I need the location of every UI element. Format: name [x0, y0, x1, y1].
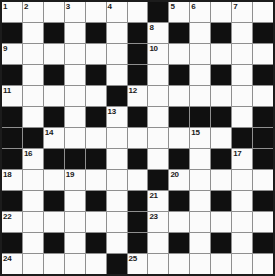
clue-number: 8: [149, 23, 153, 32]
crossword-cell[interactable]: [128, 170, 148, 190]
crossword-cell[interactable]: [169, 86, 189, 106]
crossword-cell: [2, 23, 22, 43]
crossword-cell: [253, 65, 273, 85]
crossword-cell[interactable]: [148, 128, 168, 148]
crossword-cell: [107, 254, 127, 274]
crossword-cell: [253, 23, 273, 43]
clue-number: 24: [3, 254, 11, 263]
crossword-cell: [44, 107, 64, 127]
crossword-cell[interactable]: [232, 107, 252, 127]
crossword-cell[interactable]: [65, 254, 85, 274]
crossword-cell: [211, 65, 231, 85]
crossword-cell[interactable]: [128, 2, 148, 22]
crossword-cell: [253, 233, 273, 253]
crossword-cell[interactable]: [190, 65, 210, 85]
crossword-cell: [44, 23, 64, 43]
crossword-cell: [107, 86, 127, 106]
crossword-cell[interactable]: [65, 128, 85, 148]
crossword-cell: [44, 149, 64, 169]
crossword-cell[interactable]: [44, 254, 64, 274]
crossword-cell: [44, 191, 64, 211]
crossword-cell: [23, 128, 43, 148]
crossword-cell[interactable]: 25: [128, 254, 148, 274]
crossword-cell[interactable]: [253, 170, 273, 190]
crossword-cell[interactable]: 15: [190, 128, 210, 148]
crossword-cell[interactable]: [23, 170, 43, 190]
crossword-cell[interactable]: [65, 233, 85, 253]
crossword-puzzle: 1234567891011121314151617181920212223242…: [0, 0, 275, 276]
crossword-cell[interactable]: [232, 170, 252, 190]
clue-number: 20: [170, 170, 178, 179]
crossword-cell[interactable]: [107, 149, 127, 169]
crossword-cell[interactable]: [232, 44, 252, 64]
crossword-cell: [128, 107, 148, 127]
crossword-cell[interactable]: 8: [148, 23, 168, 43]
crossword-cell[interactable]: [65, 191, 85, 211]
clue-number: 18: [3, 170, 11, 179]
crossword-cell[interactable]: 10: [148, 44, 168, 64]
clue-number: 17: [233, 149, 241, 158]
crossword-cell[interactable]: [190, 233, 210, 253]
crossword-cell: [44, 65, 64, 85]
crossword-cell[interactable]: 19: [65, 170, 85, 190]
clue-number: 5: [170, 2, 174, 11]
crossword-cell[interactable]: [65, 212, 85, 232]
crossword-cell[interactable]: [190, 149, 210, 169]
crossword-cell[interactable]: [190, 212, 210, 232]
crossword-cell[interactable]: [232, 65, 252, 85]
crossword-cell: [211, 107, 231, 127]
crossword-cell: [2, 191, 22, 211]
crossword-cell[interactable]: [44, 212, 64, 232]
crossword-cell[interactable]: 5: [169, 2, 189, 22]
clue-number: 22: [3, 212, 11, 221]
crossword-cell[interactable]: [232, 233, 252, 253]
crossword-cell[interactable]: 11: [2, 86, 22, 106]
crossword-cell: [128, 44, 148, 64]
clue-number: 9: [3, 44, 7, 53]
crossword-cell[interactable]: 13: [107, 107, 127, 127]
crossword-cell[interactable]: [65, 86, 85, 106]
crossword-cell[interactable]: [23, 86, 43, 106]
crossword-cell: [2, 128, 22, 148]
crossword-cell: [211, 23, 231, 43]
clue-number: 23: [149, 212, 157, 221]
crossword-cell[interactable]: 20: [169, 170, 189, 190]
crossword-cell: [2, 233, 22, 253]
crossword-cell[interactable]: [44, 86, 64, 106]
crossword-cell[interactable]: [44, 170, 64, 190]
crossword-cell[interactable]: [169, 44, 189, 64]
crossword-cell[interactable]: 14: [44, 128, 64, 148]
crossword-cell[interactable]: [148, 107, 168, 127]
crossword-cell[interactable]: [232, 254, 252, 274]
crossword-cell[interactable]: 22: [2, 212, 22, 232]
clue-number: 11: [3, 86, 11, 95]
crossword-cell: [253, 107, 273, 127]
clue-number: 4: [108, 2, 112, 11]
clue-number: 16: [24, 149, 32, 158]
crossword-cell: [211, 191, 231, 211]
crossword-cell[interactable]: [169, 254, 189, 274]
crossword-grid: 1234567891011121314151617181920212223242…: [0, 0, 275, 276]
crossword-cell[interactable]: [44, 44, 64, 64]
crossword-cell: [65, 149, 85, 169]
crossword-cell[interactable]: [211, 212, 231, 232]
crossword-cell: [190, 107, 210, 127]
crossword-cell: [253, 128, 273, 148]
crossword-cell[interactable]: 24: [2, 254, 22, 274]
crossword-cell: [86, 233, 106, 253]
crossword-cell[interactable]: [65, 65, 85, 85]
crossword-cell[interactable]: 17: [232, 149, 252, 169]
crossword-cell[interactable]: [86, 2, 106, 22]
crossword-cell[interactable]: [211, 86, 231, 106]
clue-number: 3: [66, 2, 70, 11]
crossword-cell: [2, 107, 22, 127]
clue-number: 14: [45, 128, 53, 137]
crossword-cell[interactable]: [232, 86, 252, 106]
crossword-cell[interactable]: [169, 212, 189, 232]
crossword-cell[interactable]: [86, 44, 106, 64]
crossword-cell[interactable]: [86, 212, 106, 232]
crossword-cell[interactable]: [107, 233, 127, 253]
crossword-cell[interactable]: [190, 86, 210, 106]
crossword-cell[interactable]: 23: [148, 212, 168, 232]
crossword-cell[interactable]: [107, 65, 127, 85]
crossword-cell[interactable]: [23, 254, 43, 274]
crossword-cell[interactable]: [253, 212, 273, 232]
crossword-cell[interactable]: [65, 107, 85, 127]
crossword-cell[interactable]: [23, 191, 43, 211]
crossword-cell: [169, 107, 189, 127]
crossword-cell: [86, 191, 106, 211]
crossword-cell[interactable]: 16: [23, 149, 43, 169]
crossword-cell: [148, 2, 168, 22]
crossword-cell[interactable]: [86, 128, 106, 148]
crossword-cell[interactable]: [211, 254, 231, 274]
crossword-cell[interactable]: [211, 2, 231, 22]
crossword-cell[interactable]: 21: [148, 191, 168, 211]
crossword-cell[interactable]: [232, 212, 252, 232]
crossword-cell[interactable]: 6: [190, 2, 210, 22]
crossword-cell: [2, 149, 22, 169]
crossword-cell[interactable]: [190, 23, 210, 43]
crossword-cell: [128, 65, 148, 85]
crossword-cell[interactable]: [190, 191, 210, 211]
crossword-cell[interactable]: [148, 254, 168, 274]
crossword-cell[interactable]: [107, 170, 127, 190]
clue-number: 12: [129, 86, 137, 95]
crossword-cell: [211, 233, 231, 253]
clue-number: 21: [149, 191, 157, 200]
crossword-cell[interactable]: [253, 86, 273, 106]
crossword-cell[interactable]: [169, 128, 189, 148]
clue-number: 6: [191, 2, 195, 11]
crossword-cell[interactable]: 2: [23, 2, 43, 22]
crossword-cell[interactable]: [44, 2, 64, 22]
crossword-cell[interactable]: [65, 44, 85, 64]
clue-number: 15: [191, 128, 199, 137]
crossword-cell: [86, 65, 106, 85]
crossword-cell[interactable]: [107, 44, 127, 64]
crossword-cell[interactable]: 3: [65, 2, 85, 22]
crossword-cell[interactable]: [23, 212, 43, 232]
crossword-cell[interactable]: [232, 23, 252, 43]
crossword-cell: [148, 170, 168, 190]
crossword-cell: [169, 65, 189, 85]
crossword-cell: [253, 149, 273, 169]
crossword-cell: [211, 149, 231, 169]
crossword-cell: [128, 191, 148, 211]
crossword-cell[interactable]: [211, 128, 231, 148]
crossword-cell: [128, 23, 148, 43]
crossword-cell[interactable]: [86, 170, 106, 190]
clue-number: 1: [3, 2, 7, 11]
crossword-cell[interactable]: [190, 170, 210, 190]
crossword-cell: [169, 149, 189, 169]
crossword-cell[interactable]: 9: [2, 44, 22, 64]
crossword-cell: [232, 128, 252, 148]
clue-number: 25: [129, 254, 137, 263]
crossword-cell[interactable]: [86, 254, 106, 274]
crossword-cell: [169, 23, 189, 43]
crossword-cell: [86, 149, 106, 169]
crossword-cell: [128, 212, 148, 232]
crossword-cell[interactable]: [107, 23, 127, 43]
crossword-cell[interactable]: [107, 128, 127, 148]
crossword-cell: [169, 233, 189, 253]
crossword-cell: [128, 233, 148, 253]
crossword-cell: [253, 191, 273, 211]
crossword-cell[interactable]: [190, 254, 210, 274]
crossword-cell[interactable]: [253, 254, 273, 274]
crossword-cell[interactable]: [211, 170, 231, 190]
crossword-cell[interactable]: [148, 86, 168, 106]
crossword-cell[interactable]: [232, 191, 252, 211]
crossword-cell[interactable]: 4: [107, 2, 127, 22]
crossword-cell[interactable]: 18: [2, 170, 22, 190]
crossword-cell[interactable]: 7: [232, 2, 252, 22]
crossword-cell[interactable]: [107, 191, 127, 211]
clue-number: 2: [24, 2, 28, 11]
crossword-cell[interactable]: [148, 65, 168, 85]
crossword-cell[interactable]: 1: [2, 2, 22, 22]
crossword-cell[interactable]: [148, 233, 168, 253]
crossword-cell[interactable]: [253, 2, 273, 22]
crossword-cell[interactable]: [23, 65, 43, 85]
crossword-cell: [44, 233, 64, 253]
crossword-cell[interactable]: [86, 86, 106, 106]
clue-number: 19: [66, 170, 74, 179]
crossword-cell[interactable]: [253, 44, 273, 64]
crossword-cell: [86, 107, 106, 127]
clue-number: 7: [233, 2, 237, 11]
crossword-cell[interactable]: [148, 149, 168, 169]
crossword-cell[interactable]: [23, 23, 43, 43]
crossword-cell[interactable]: [65, 23, 85, 43]
crossword-cell: [2, 65, 22, 85]
crossword-cell[interactable]: [128, 128, 148, 148]
crossword-cell[interactable]: [211, 44, 231, 64]
crossword-cell[interactable]: [23, 107, 43, 127]
crossword-cell[interactable]: [107, 212, 127, 232]
clue-number: 10: [149, 44, 157, 53]
crossword-cell[interactable]: 12: [128, 86, 148, 106]
crossword-cell: [169, 191, 189, 211]
crossword-cell[interactable]: [23, 44, 43, 64]
crossword-cell: [128, 149, 148, 169]
clue-number: 13: [108, 107, 116, 116]
crossword-cell[interactable]: [23, 233, 43, 253]
crossword-cell: [86, 23, 106, 43]
crossword-cell[interactable]: [190, 44, 210, 64]
